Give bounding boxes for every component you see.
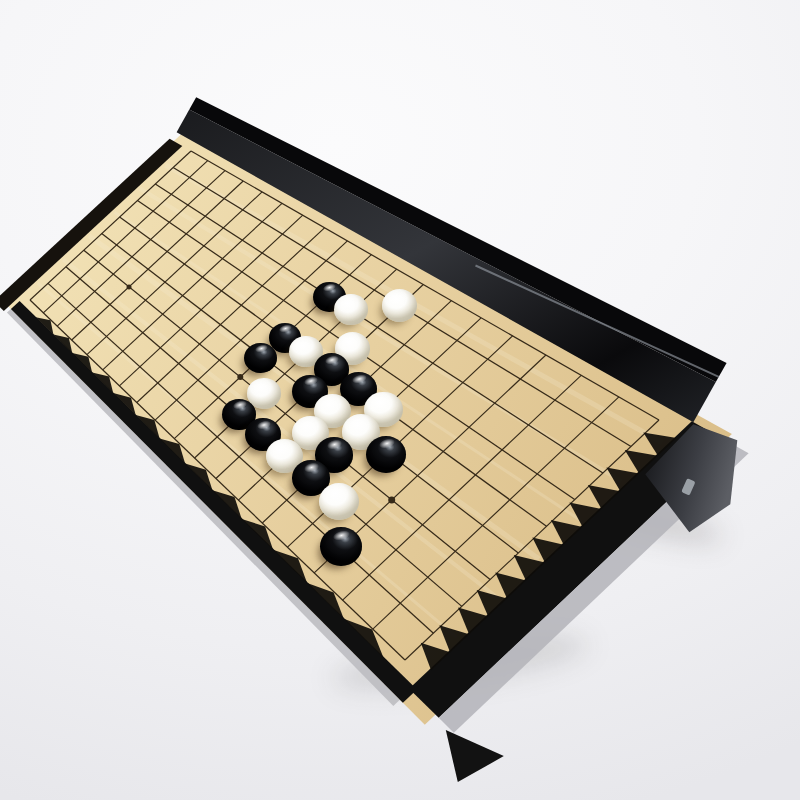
black-stone[interactable]	[244, 343, 277, 373]
white-stone[interactable]	[382, 289, 418, 322]
star-point	[127, 284, 132, 289]
black-stone[interactable]	[320, 527, 362, 566]
star-point	[237, 374, 243, 380]
studio-scene: Product photo: folding magnetic Go (Weiq…	[0, 0, 800, 800]
star-point	[388, 496, 395, 503]
white-stone[interactable]	[334, 294, 368, 326]
black-stone[interactable]	[366, 436, 406, 473]
frame-corner-tip	[446, 730, 504, 782]
